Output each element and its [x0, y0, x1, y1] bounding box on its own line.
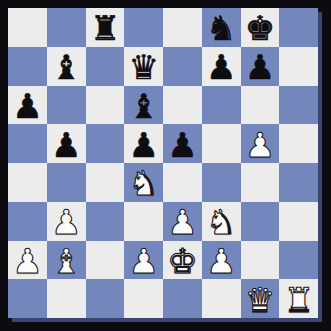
square-a5[interactable] — [8, 124, 47, 163]
square-d4[interactable]: ♞ — [124, 163, 163, 202]
square-c5[interactable] — [86, 124, 125, 163]
piece-white-pawn[interactable]: ♟ — [167, 205, 197, 239]
square-g2[interactable] — [241, 241, 280, 280]
square-h1[interactable]: ♜ — [279, 279, 318, 318]
square-e6[interactable] — [163, 86, 202, 125]
square-f8[interactable]: ♞ — [202, 8, 241, 47]
piece-white-pawn[interactable]: ♟ — [206, 244, 236, 278]
square-c2[interactable] — [86, 241, 125, 280]
square-a3[interactable] — [8, 202, 47, 241]
square-d1[interactable] — [124, 279, 163, 318]
piece-black-knight[interactable]: ♞ — [206, 11, 236, 45]
piece-white-queen[interactable]: ♛ — [245, 283, 275, 317]
square-a2[interactable]: ♟ — [8, 241, 47, 280]
piece-black-rook[interactable]: ♜ — [90, 11, 120, 45]
square-a4[interactable] — [8, 163, 47, 202]
square-h3[interactable] — [279, 202, 318, 241]
square-e4[interactable] — [163, 163, 202, 202]
square-e3[interactable]: ♟ — [163, 202, 202, 241]
square-h4[interactable] — [279, 163, 318, 202]
piece-black-pawn[interactable]: ♟ — [12, 89, 42, 123]
square-e8[interactable] — [163, 8, 202, 47]
piece-black-pawn[interactable]: ♟ — [51, 128, 81, 162]
piece-white-pawn[interactable]: ♟ — [12, 244, 42, 278]
square-a8[interactable] — [8, 8, 47, 47]
square-g8[interactable]: ♚ — [241, 8, 280, 47]
square-b4[interactable] — [47, 163, 86, 202]
square-c1[interactable] — [86, 279, 125, 318]
piece-black-bishop[interactable]: ♝ — [51, 50, 81, 84]
piece-white-pawn[interactable]: ♟ — [245, 128, 275, 162]
piece-black-bishop[interactable]: ♝ — [128, 89, 158, 123]
square-h7[interactable] — [279, 47, 318, 86]
square-e7[interactable] — [163, 47, 202, 86]
square-a1[interactable] — [8, 279, 47, 318]
piece-white-pawn[interactable]: ♟ — [51, 205, 81, 239]
square-f3[interactable]: ♞ — [202, 202, 241, 241]
square-h8[interactable] — [279, 8, 318, 47]
square-f2[interactable]: ♟ — [202, 241, 241, 280]
square-h6[interactable] — [279, 86, 318, 125]
square-f6[interactable] — [202, 86, 241, 125]
square-b7[interactable]: ♝ — [47, 47, 86, 86]
piece-white-bishop[interactable]: ♝ — [51, 244, 81, 278]
square-c8[interactable]: ♜ — [86, 8, 125, 47]
piece-black-pawn[interactable]: ♟ — [128, 128, 158, 162]
square-b8[interactable] — [47, 8, 86, 47]
piece-black-queen[interactable]: ♛ — [128, 50, 158, 84]
square-g1[interactable]: ♛ — [241, 279, 280, 318]
square-f7[interactable]: ♟ — [202, 47, 241, 86]
square-e1[interactable] — [163, 279, 202, 318]
square-b3[interactable]: ♟ — [47, 202, 86, 241]
square-d3[interactable] — [124, 202, 163, 241]
piece-black-pawn[interactable]: ♟ — [245, 50, 275, 84]
square-c3[interactable] — [86, 202, 125, 241]
square-e2[interactable]: ♚ — [163, 241, 202, 280]
square-g3[interactable] — [241, 202, 280, 241]
square-c7[interactable] — [86, 47, 125, 86]
square-g7[interactable]: ♟ — [241, 47, 280, 86]
square-e5[interactable]: ♟ — [163, 124, 202, 163]
square-f1[interactable] — [202, 279, 241, 318]
piece-white-knight[interactable]: ♞ — [206, 205, 236, 239]
square-g4[interactable] — [241, 163, 280, 202]
piece-white-rook[interactable]: ♜ — [283, 283, 313, 317]
square-g6[interactable] — [241, 86, 280, 125]
square-a6[interactable]: ♟ — [8, 86, 47, 125]
piece-black-pawn[interactable]: ♟ — [167, 128, 197, 162]
square-b5[interactable]: ♟ — [47, 124, 86, 163]
piece-white-pawn[interactable]: ♟ — [128, 244, 158, 278]
square-c4[interactable] — [86, 163, 125, 202]
square-g5[interactable]: ♟ — [241, 124, 280, 163]
square-f4[interactable] — [202, 163, 241, 202]
square-b1[interactable] — [47, 279, 86, 318]
square-b2[interactable]: ♝ — [47, 241, 86, 280]
square-c6[interactable] — [86, 86, 125, 125]
square-d6[interactable]: ♝ — [124, 86, 163, 125]
piece-white-king[interactable]: ♚ — [167, 244, 197, 278]
square-a7[interactable] — [8, 47, 47, 86]
square-b6[interactable] — [47, 86, 86, 125]
piece-white-knight[interactable]: ♞ — [128, 166, 158, 200]
board-frame: ♜♞♚♝♛♟♟♟♝♟♟♟♟♞♟♟♞♟♝♟♚♟♛♜ — [0, 0, 331, 331]
square-d5[interactable]: ♟ — [124, 124, 163, 163]
piece-black-pawn[interactable]: ♟ — [206, 50, 236, 84]
square-h5[interactable] — [279, 124, 318, 163]
square-d7[interactable]: ♛ — [124, 47, 163, 86]
square-f5[interactable] — [202, 124, 241, 163]
square-h2[interactable] — [279, 241, 318, 280]
square-d8[interactable] — [124, 8, 163, 47]
piece-black-king[interactable]: ♚ — [245, 11, 275, 45]
square-d2[interactable]: ♟ — [124, 241, 163, 280]
chess-board: ♜♞♚♝♛♟♟♟♝♟♟♟♟♞♟♟♞♟♝♟♚♟♛♜ — [8, 8, 318, 318]
